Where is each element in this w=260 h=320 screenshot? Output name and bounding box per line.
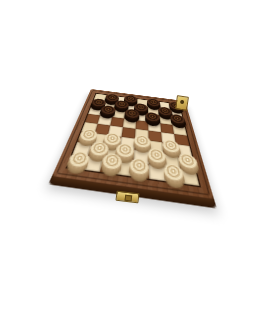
brass-hinge-tab [175,95,189,111]
hinge-hole [180,100,185,105]
product-photo-scene [0,0,260,320]
checkers-board [52,89,214,199]
latch-slot [125,195,133,202]
brass-latch [115,191,139,204]
